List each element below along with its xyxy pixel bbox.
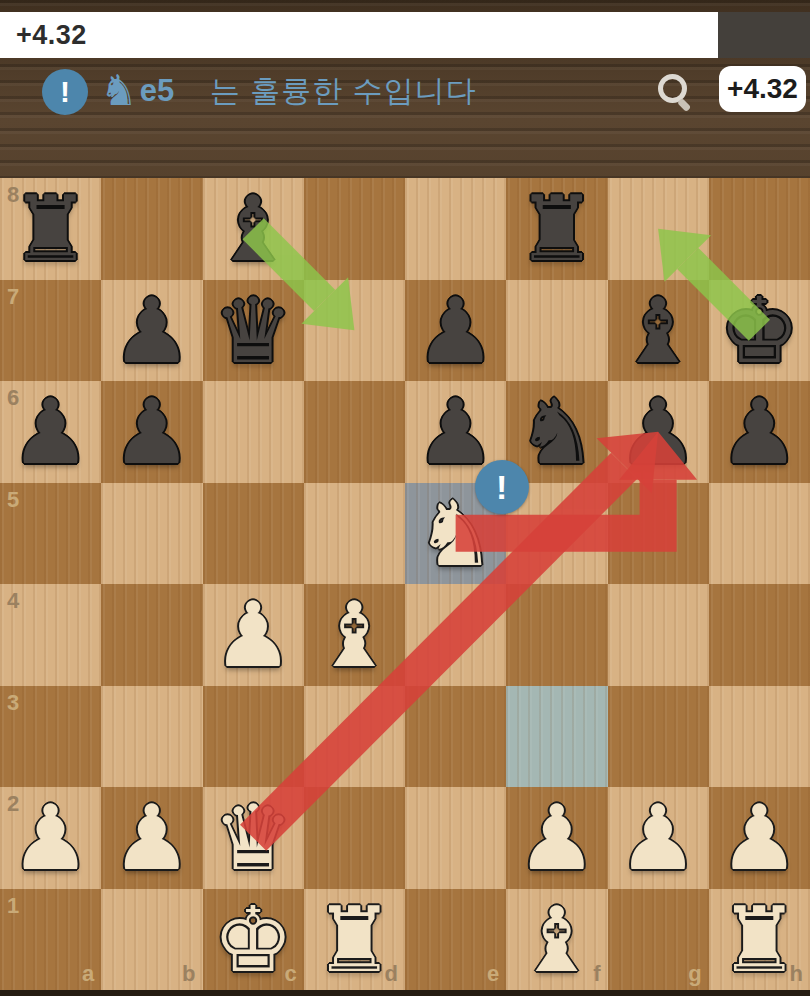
chess-analysis-app: +4.32 ! ♞ e5 는 훌륭한 수입니다 +4.32 8♜♝♜7♟♛♟♝♚…: [0, 0, 810, 996]
piece-black-pawn-e7[interactable]: ♟: [405, 280, 506, 382]
move-comment-korean: 는 훌륭한 수입니다: [210, 58, 477, 124]
square-d4[interactable]: ♝: [304, 584, 405, 686]
square-g7[interactable]: ♝: [608, 280, 709, 382]
square-c2[interactable]: ♛: [203, 787, 304, 889]
square-b2[interactable]: ♟: [101, 787, 202, 889]
square-g2[interactable]: ♟: [608, 787, 709, 889]
piece-white-bishop-d4[interactable]: ♝: [304, 584, 405, 686]
square-a4[interactable]: 4: [0, 584, 101, 686]
square-d6[interactable]: [304, 381, 405, 483]
square-f8[interactable]: ♜: [506, 178, 607, 280]
square-a6[interactable]: 6♟: [0, 381, 101, 483]
square-g8[interactable]: [608, 178, 709, 280]
piece-white-pawn-b2[interactable]: ♟: [101, 787, 202, 889]
square-g6[interactable]: ♟: [608, 381, 709, 483]
eval-score-badge[interactable]: +4.32: [719, 66, 806, 112]
square-d7[interactable]: [304, 280, 405, 382]
square-b7[interactable]: ♟: [101, 280, 202, 382]
square-h7[interactable]: ♚: [709, 280, 810, 382]
file-label-a: a: [82, 961, 94, 987]
piece-black-bishop-c8[interactable]: ♝: [203, 178, 304, 280]
square-a8[interactable]: 8♜: [0, 178, 101, 280]
square-e8[interactable]: [405, 178, 506, 280]
square-b8[interactable]: [101, 178, 202, 280]
rank-label-1: 1: [7, 893, 19, 919]
square-b1[interactable]: b: [101, 889, 202, 991]
file-label-b: b: [182, 961, 195, 987]
file-label-g: g: [688, 961, 701, 987]
evaluation-bar: +4.32: [0, 12, 810, 58]
square-b5[interactable]: [101, 483, 202, 585]
square-h5[interactable]: [709, 483, 810, 585]
square-a1[interactable]: 1a: [0, 889, 101, 991]
square-f1[interactable]: f♝: [506, 889, 607, 991]
square-h8[interactable]: [709, 178, 810, 280]
piece-black-pawn-b6[interactable]: ♟: [101, 381, 202, 483]
square-d2[interactable]: [304, 787, 405, 889]
rank-label-4: 4: [7, 588, 19, 614]
piece-white-king-c1[interactable]: ♚: [203, 889, 304, 991]
square-g3[interactable]: [608, 686, 709, 788]
square-f3[interactable]: [506, 686, 607, 788]
square-d5[interactable]: [304, 483, 405, 585]
rank-label-5: 5: [7, 487, 19, 513]
square-e2[interactable]: [405, 787, 506, 889]
piece-black-pawn-a6[interactable]: ♟: [0, 381, 101, 483]
knight-icon: ♞: [100, 70, 138, 112]
piece-white-pawn-f2[interactable]: ♟: [506, 787, 607, 889]
piece-white-pawn-a2[interactable]: ♟: [0, 787, 101, 889]
square-g4[interactable]: [608, 584, 709, 686]
square-h1[interactable]: h♜: [709, 889, 810, 991]
rank-label-7: 7: [7, 284, 19, 310]
piece-black-rook-a8[interactable]: ♜: [0, 178, 101, 280]
piece-black-bishop-g7[interactable]: ♝: [608, 280, 709, 382]
rank-label-3: 3: [7, 690, 19, 716]
square-h4[interactable]: [709, 584, 810, 686]
square-g1[interactable]: g: [608, 889, 709, 991]
square-f2[interactable]: ♟: [506, 787, 607, 889]
piece-black-king-h7[interactable]: ♚: [709, 280, 810, 382]
square-b3[interactable]: [101, 686, 202, 788]
move-square-text: e5: [140, 73, 174, 109]
square-c3[interactable]: [203, 686, 304, 788]
square-h3[interactable]: [709, 686, 810, 788]
square-a3[interactable]: 3: [0, 686, 101, 788]
square-e4[interactable]: [405, 584, 506, 686]
square-f7[interactable]: [506, 280, 607, 382]
piece-white-queen-c2[interactable]: ♛: [203, 787, 304, 889]
bottom-edge: [0, 990, 810, 996]
piece-white-pawn-g2[interactable]: ♟: [608, 787, 709, 889]
square-a2[interactable]: 2♟: [0, 787, 101, 889]
square-d1[interactable]: d♜: [304, 889, 405, 991]
piece-black-queen-c7[interactable]: ♛: [203, 280, 304, 382]
square-b4[interactable]: [101, 584, 202, 686]
square-g5[interactable]: [608, 483, 709, 585]
evaluation-bar-white-portion: +4.32: [0, 12, 718, 58]
piece-white-bishop-f1[interactable]: ♝: [506, 889, 607, 991]
move-label: ♞ e5: [100, 58, 174, 124]
square-a5[interactable]: 5: [0, 483, 101, 585]
piece-white-rook-h1[interactable]: ♜: [709, 889, 810, 991]
piece-black-rook-f8[interactable]: ♜: [506, 178, 607, 280]
square-c8[interactable]: ♝: [203, 178, 304, 280]
piece-white-rook-d1[interactable]: ♜: [304, 889, 405, 991]
square-h2[interactable]: ♟: [709, 787, 810, 889]
square-f4[interactable]: [506, 584, 607, 686]
square-b6[interactable]: ♟: [101, 381, 202, 483]
square-d8[interactable]: [304, 178, 405, 280]
excellent-move-badge: !: [475, 460, 529, 514]
chess-board: 8♜♝♜7♟♛♟♝♚6♟♟♟♞♟♟5♞4♟♝32♟♟♛♟♟♟1abc♚d♜ef♝…: [0, 178, 810, 990]
search-icon[interactable]: [656, 72, 694, 110]
piece-black-pawn-g6[interactable]: ♟: [608, 381, 709, 483]
piece-black-pawn-b7[interactable]: ♟: [101, 280, 202, 382]
square-e3[interactable]: [405, 686, 506, 788]
square-e7[interactable]: ♟: [405, 280, 506, 382]
file-label-e: e: [487, 961, 499, 987]
piece-black-pawn-h6[interactable]: ♟: [709, 381, 810, 483]
piece-white-pawn-h2[interactable]: ♟: [709, 787, 810, 889]
piece-white-pawn-c4[interactable]: ♟: [203, 584, 304, 686]
square-c1[interactable]: c♚: [203, 889, 304, 991]
square-e1[interactable]: e: [405, 889, 506, 991]
square-c4[interactable]: ♟: [203, 584, 304, 686]
square-c7[interactable]: ♛: [203, 280, 304, 382]
annotation-exclamation-icon: !: [42, 69, 88, 115]
square-h6[interactable]: ♟: [709, 381, 810, 483]
square-c6[interactable]: [203, 381, 304, 483]
square-d3[interactable]: [304, 686, 405, 788]
evaluation-score: +4.32: [0, 20, 87, 51]
square-a7[interactable]: 7: [0, 280, 101, 382]
square-c5[interactable]: [203, 483, 304, 585]
